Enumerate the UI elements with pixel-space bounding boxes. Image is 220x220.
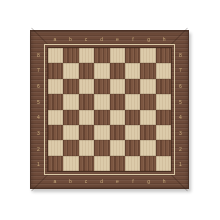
file-label-a: a (47, 177, 63, 185)
frame-mitre-top-right (170, 28, 188, 46)
rank-label-1: 1 (35, 156, 43, 172)
square-c4[interactable] (79, 110, 94, 125)
file-label-d: d (94, 35, 110, 43)
square-h7[interactable] (156, 63, 171, 78)
file-label-f: f (125, 177, 141, 185)
file-labels-top: abcdefgh (47, 35, 172, 43)
square-g1[interactable] (140, 156, 155, 171)
square-b3[interactable] (63, 125, 78, 140)
square-a4[interactable] (48, 110, 63, 125)
square-c6[interactable] (79, 79, 94, 94)
square-a7[interactable] (48, 63, 63, 78)
square-e7[interactable] (110, 63, 125, 78)
square-d1[interactable] (94, 156, 109, 171)
square-d6[interactable] (94, 79, 109, 94)
rank-label-3: 3 (177, 125, 185, 141)
square-e3[interactable] (110, 125, 125, 140)
square-h2[interactable] (156, 140, 171, 155)
square-e4[interactable] (110, 110, 125, 125)
file-label-d: d (94, 177, 110, 185)
square-a5[interactable] (48, 94, 63, 109)
square-f6[interactable] (125, 79, 140, 94)
square-h3[interactable] (156, 125, 171, 140)
square-f1[interactable] (125, 156, 140, 171)
square-c2[interactable] (79, 140, 94, 155)
square-g2[interactable] (140, 140, 155, 155)
square-f2[interactable] (125, 140, 140, 155)
rank-label-2: 2 (177, 141, 185, 157)
rank-label-8: 8 (35, 47, 43, 63)
square-c7[interactable] (79, 63, 94, 78)
square-e6[interactable] (110, 79, 125, 94)
square-h4[interactable] (156, 110, 171, 125)
square-b8[interactable] (63, 48, 78, 63)
file-label-c: c (78, 35, 94, 43)
square-h5[interactable] (156, 94, 171, 109)
rank-label-5: 5 (35, 94, 43, 110)
rank-label-7: 7 (177, 63, 185, 79)
square-f3[interactable] (125, 125, 140, 140)
square-b7[interactable] (63, 63, 78, 78)
rank-labels-right: 87654321 (177, 47, 185, 172)
square-f7[interactable] (125, 63, 140, 78)
file-label-g: g (141, 177, 157, 185)
square-a1[interactable] (48, 156, 63, 171)
file-label-e: e (110, 35, 126, 43)
square-h6[interactable] (156, 79, 171, 94)
square-e8[interactable] (110, 48, 125, 63)
square-d2[interactable] (94, 140, 109, 155)
file-label-b: b (63, 177, 79, 185)
board-grid (47, 47, 172, 172)
rank-label-5: 5 (177, 94, 185, 110)
rank-label-4: 4 (35, 110, 43, 126)
square-b4[interactable] (63, 110, 78, 125)
file-label-b: b (63, 35, 79, 43)
square-a6[interactable] (48, 79, 63, 94)
file-label-g: g (141, 35, 157, 43)
square-c8[interactable] (79, 48, 94, 63)
square-a3[interactable] (48, 125, 63, 140)
rank-label-2: 2 (35, 141, 43, 157)
file-label-c: c (78, 177, 94, 185)
square-d8[interactable] (94, 48, 109, 63)
square-f4[interactable] (125, 110, 140, 125)
square-b6[interactable] (63, 79, 78, 94)
square-d4[interactable] (94, 110, 109, 125)
file-label-h: h (156, 35, 172, 43)
square-g7[interactable] (140, 63, 155, 78)
square-g3[interactable] (140, 125, 155, 140)
rank-labels-left: 87654321 (35, 47, 43, 172)
square-f5[interactable] (125, 94, 140, 109)
square-g4[interactable] (140, 110, 155, 125)
file-label-e: e (110, 177, 126, 185)
square-h8[interactable] (156, 48, 171, 63)
square-c3[interactable] (79, 125, 94, 140)
photo-canvas: abcdefgh abcdefgh 87654321 87654321 (0, 0, 220, 220)
square-g8[interactable] (140, 48, 155, 63)
square-e2[interactable] (110, 140, 125, 155)
square-e1[interactable] (110, 156, 125, 171)
square-c1[interactable] (79, 156, 94, 171)
rank-label-8: 8 (177, 47, 185, 63)
square-f8[interactable] (125, 48, 140, 63)
frame-mitre-top-left (31, 28, 49, 46)
rank-label-1: 1 (177, 156, 185, 172)
square-a8[interactable] (48, 48, 63, 63)
rank-label-6: 6 (177, 78, 185, 94)
square-g5[interactable] (140, 94, 155, 109)
file-label-a: a (47, 35, 63, 43)
frame-mitre-bottom-right (170, 174, 188, 192)
chess-board: abcdefgh abcdefgh 87654321 87654321 (30, 30, 189, 189)
square-g6[interactable] (140, 79, 155, 94)
file-label-f: f (125, 35, 141, 43)
square-b5[interactable] (63, 94, 78, 109)
square-d7[interactable] (94, 63, 109, 78)
square-b2[interactable] (63, 140, 78, 155)
square-d3[interactable] (94, 125, 109, 140)
rank-label-7: 7 (35, 63, 43, 79)
square-d5[interactable] (94, 94, 109, 109)
rank-label-6: 6 (35, 78, 43, 94)
square-e5[interactable] (110, 94, 125, 109)
rank-label-4: 4 (177, 110, 185, 126)
rank-label-3: 3 (35, 125, 43, 141)
file-labels-bottom: abcdefgh (47, 177, 172, 185)
square-c5[interactable] (79, 94, 94, 109)
file-label-h: h (156, 177, 172, 185)
square-h1[interactable] (156, 156, 171, 171)
square-b1[interactable] (63, 156, 78, 171)
frame-mitre-bottom-left (31, 174, 49, 192)
square-a2[interactable] (48, 140, 63, 155)
